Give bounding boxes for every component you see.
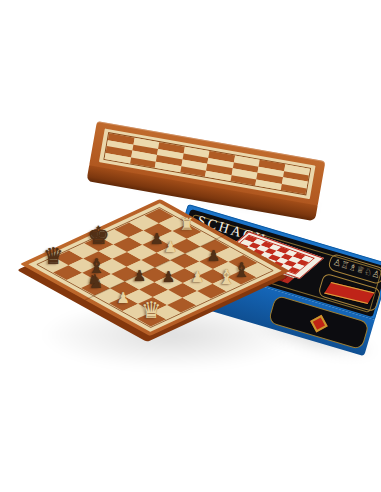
product-photo-scene: SCHACH ♙♖♗♕♘♙ (0, 0, 381, 492)
brand-emblem-icon (310, 315, 328, 333)
closed-chess-board (86, 121, 325, 222)
